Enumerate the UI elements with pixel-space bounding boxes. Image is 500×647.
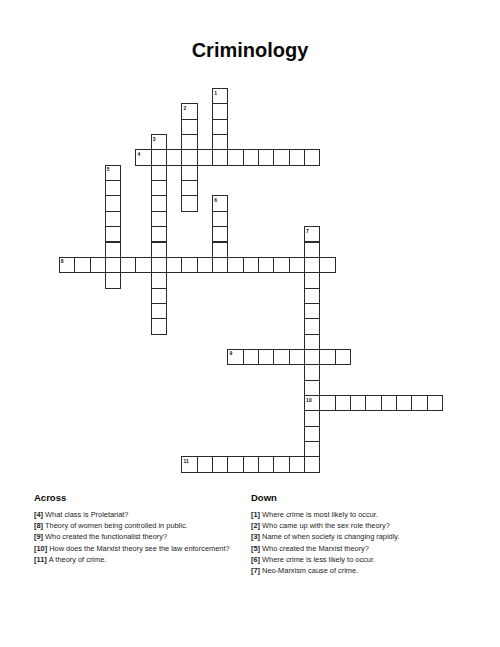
across-heading: Across — [34, 492, 248, 503]
down-heading: Down — [251, 492, 489, 503]
grid-cell[interactable] — [105, 257, 121, 273]
grid-cell[interactable] — [105, 180, 121, 196]
grid-cell[interactable] — [396, 395, 412, 411]
crossword-grid: 1234567108911 — [59, 88, 443, 473]
grid-cell[interactable] — [365, 395, 381, 411]
grid-cell[interactable] — [181, 119, 197, 135]
grid-cell[interactable] — [335, 395, 351, 411]
grid-cell[interactable] — [212, 119, 228, 135]
clue-number: [10] — [34, 544, 49, 553]
grid-cell[interactable] — [304, 380, 320, 396]
grid-cell[interactable] — [273, 257, 289, 273]
clue-text: Neo-Marxism cause of crime. — [262, 566, 358, 575]
clue-text: Where crime is most likely to occur. — [262, 510, 378, 519]
grid-cell[interactable]: 5 — [105, 165, 121, 181]
grid-cell[interactable] — [381, 395, 397, 411]
across-clue-list: [4] What class is Proletariat?[8] Theory… — [34, 509, 248, 565]
clue-text: Who created the Marxist theory? — [262, 544, 369, 553]
grid-cell[interactable] — [319, 257, 335, 273]
down-clue-3: [3] Name of when society is changing rap… — [251, 531, 489, 542]
puzzle-page: Criminology 1234567108911 Across [4] Wha… — [0, 0, 500, 647]
grid-cell[interactable] — [151, 211, 167, 227]
grid-cell[interactable] — [151, 318, 167, 334]
clue-text: Theory of women being controlled in publ… — [45, 521, 188, 530]
grid-cell[interactable] — [212, 226, 228, 242]
grid-cell[interactable]: 3 — [151, 134, 167, 150]
grid-cell[interactable] — [304, 364, 320, 380]
grid-cell[interactable] — [120, 257, 136, 273]
grid-cell[interactable] — [105, 272, 121, 288]
down-clue-7: [7] Neo-Marxism cause of crime. — [251, 565, 489, 576]
grid-cell[interactable] — [258, 149, 274, 165]
grid-cell[interactable] — [304, 349, 320, 365]
cell-number: 9 — [229, 350, 232, 356]
grid-cell[interactable]: 7 — [304, 226, 320, 242]
cell-number: 7 — [306, 228, 309, 234]
grid-cell[interactable] — [135, 257, 151, 273]
grid-cell[interactable] — [304, 242, 320, 258]
grid-cell[interactable] — [181, 257, 197, 273]
grid-cell[interactable] — [212, 211, 228, 227]
grid-cell[interactable] — [350, 395, 366, 411]
grid-cell[interactable] — [304, 149, 320, 165]
puzzle-title: Criminology — [0, 38, 500, 62]
grid-cell[interactable] — [151, 288, 167, 304]
grid-cell[interactable] — [243, 257, 259, 273]
grid-cell[interactable] — [227, 257, 243, 273]
cell-number: 2 — [183, 105, 186, 111]
clue-text: Name of when society is changing rapidly… — [262, 532, 399, 541]
grid-cell[interactable] — [319, 349, 335, 365]
clue-number: [11] — [34, 555, 49, 564]
grid-cell[interactable] — [304, 426, 320, 442]
grid-cell[interactable] — [289, 257, 305, 273]
grid-cell[interactable] — [181, 195, 197, 211]
cell-number: 5 — [107, 166, 110, 172]
grid-cell[interactable] — [304, 456, 320, 472]
grid-cell[interactable] — [319, 395, 335, 411]
grid-cell[interactable] — [212, 257, 228, 273]
down-clue-1: [1] Where crime is most likely to occur. — [251, 509, 489, 520]
grid-cell[interactable]: 9 — [227, 349, 243, 365]
grid-cell[interactable] — [105, 195, 121, 211]
grid-cell[interactable] — [105, 226, 121, 242]
down-clue-5: [5] Who created the Marxist theory? — [251, 543, 489, 554]
grid-cell[interactable] — [427, 395, 443, 411]
grid-cell[interactable] — [304, 334, 320, 350]
clue-text: Who came up with the sex role theory? — [262, 521, 390, 530]
grid-cell[interactable] — [411, 395, 427, 411]
grid-cell[interactable] — [151, 242, 167, 258]
grid-cell[interactable] — [151, 226, 167, 242]
grid-cell[interactable]: 10 — [304, 395, 320, 411]
across-clue-10: [10] How does the Marxist theory see the… — [34, 543, 248, 554]
grid-cell[interactable] — [304, 272, 320, 288]
grid-cell[interactable] — [258, 257, 274, 273]
grid-cell[interactable] — [258, 349, 274, 365]
grid-cell[interactable] — [197, 456, 213, 472]
grid-cell[interactable]: 1 — [212, 88, 228, 104]
grid-cell[interactable] — [304, 257, 320, 273]
grid-cell[interactable] — [304, 303, 320, 319]
clue-number: [1] — [251, 510, 262, 519]
grid-cell[interactable] — [151, 149, 167, 165]
cell-number: 3 — [153, 136, 156, 142]
grid-cell[interactable] — [273, 149, 289, 165]
grid-cell[interactable] — [105, 211, 121, 227]
grid-cell[interactable] — [197, 257, 213, 273]
grid-cell[interactable] — [243, 456, 259, 472]
clue-number: [9] — [34, 532, 45, 541]
grid-cell[interactable] — [181, 134, 197, 150]
clue-text: A theory of crime. — [49, 555, 107, 564]
grid-cell[interactable] — [273, 456, 289, 472]
grid-cell[interactable]: 11 — [181, 456, 197, 472]
clue-number: [6] — [251, 555, 262, 564]
grid-cell[interactable] — [197, 149, 213, 165]
grid-cell[interactable] — [212, 149, 228, 165]
grid-cell[interactable] — [181, 149, 197, 165]
across-clue-8: [8] Theory of women being controlled in … — [34, 520, 248, 531]
grid-cell[interactable] — [151, 195, 167, 211]
grid-cell[interactable] — [90, 257, 106, 273]
grid-cell[interactable] — [289, 149, 305, 165]
grid-cell[interactable] — [227, 456, 243, 472]
grid-cell[interactable]: 4 — [135, 149, 151, 165]
down-clue-list: [1] Where crime is most likely to occur.… — [251, 509, 489, 576]
down-clues-section: Down [1] Where crime is most likely to o… — [251, 492, 489, 576]
cell-number: 6 — [214, 197, 217, 203]
clue-text: How does the Marxist theory see the law … — [49, 544, 229, 553]
grid-cell[interactable] — [181, 165, 197, 181]
grid-cell[interactable] — [151, 257, 167, 273]
clue-text: Where crime is less likely to occur. — [262, 555, 375, 564]
clue-number: [5] — [251, 544, 262, 553]
grid-cell[interactable] — [243, 149, 259, 165]
grid-cell[interactable] — [105, 242, 121, 258]
clue-number: [3] — [251, 532, 262, 541]
grid-cell[interactable] — [166, 149, 182, 165]
grid-cell[interactable] — [151, 180, 167, 196]
cell-number: 11 — [183, 458, 188, 464]
clue-text: What class is Proletariat? — [45, 510, 128, 519]
across-clue-11: [11] A theory of crime. — [34, 554, 248, 565]
clue-number: [8] — [34, 521, 45, 530]
grid-cell[interactable] — [227, 149, 243, 165]
grid-cell[interactable] — [304, 410, 320, 426]
clue-number: [7] — [251, 566, 262, 575]
grid-cell[interactable] — [151, 165, 167, 181]
grid-cell[interactable] — [212, 134, 228, 150]
grid-cell[interactable] — [181, 180, 197, 196]
down-clue-6: [6] Where crime is less likely to occur. — [251, 554, 489, 565]
grid-cell[interactable] — [304, 288, 320, 304]
grid-cell[interactable] — [212, 242, 228, 258]
grid-cell[interactable] — [258, 456, 274, 472]
grid-cell[interactable]: 8 — [59, 257, 75, 273]
cell-number: 4 — [137, 151, 140, 157]
clue-text: Who created the functionalist theory? — [45, 532, 167, 541]
down-clue-2: [2] Who came up with the sex role theory… — [251, 520, 489, 531]
across-clue-9: [9] Who created the functionalist theory… — [34, 531, 248, 542]
grid-cell[interactable]: 2 — [181, 103, 197, 119]
grid-cell[interactable] — [289, 349, 305, 365]
grid-cell[interactable] — [304, 441, 320, 457]
grid-cell[interactable] — [151, 272, 167, 288]
grid-cell[interactable] — [166, 257, 182, 273]
grid-cell[interactable] — [74, 257, 90, 273]
grid-cell[interactable] — [212, 103, 228, 119]
clue-number: [2] — [251, 521, 262, 530]
clue-number: [4] — [34, 510, 45, 519]
grid-cell[interactable] — [212, 456, 228, 472]
cell-number: 8 — [61, 258, 64, 264]
across-clues-section: Across [4] What class is Proletariat?[8]… — [34, 492, 248, 565]
cell-number: 1 — [214, 90, 217, 96]
grid-cell[interactable] — [304, 318, 320, 334]
grid-cell[interactable] — [289, 456, 305, 472]
cell-number: 10 — [306, 397, 312, 403]
grid-cell[interactable] — [335, 349, 351, 365]
grid-cell[interactable] — [273, 349, 289, 365]
across-clue-4: [4] What class is Proletariat? — [34, 509, 248, 520]
grid-cell[interactable] — [151, 303, 167, 319]
grid-cell[interactable] — [243, 349, 259, 365]
grid-cell[interactable]: 6 — [212, 195, 228, 211]
